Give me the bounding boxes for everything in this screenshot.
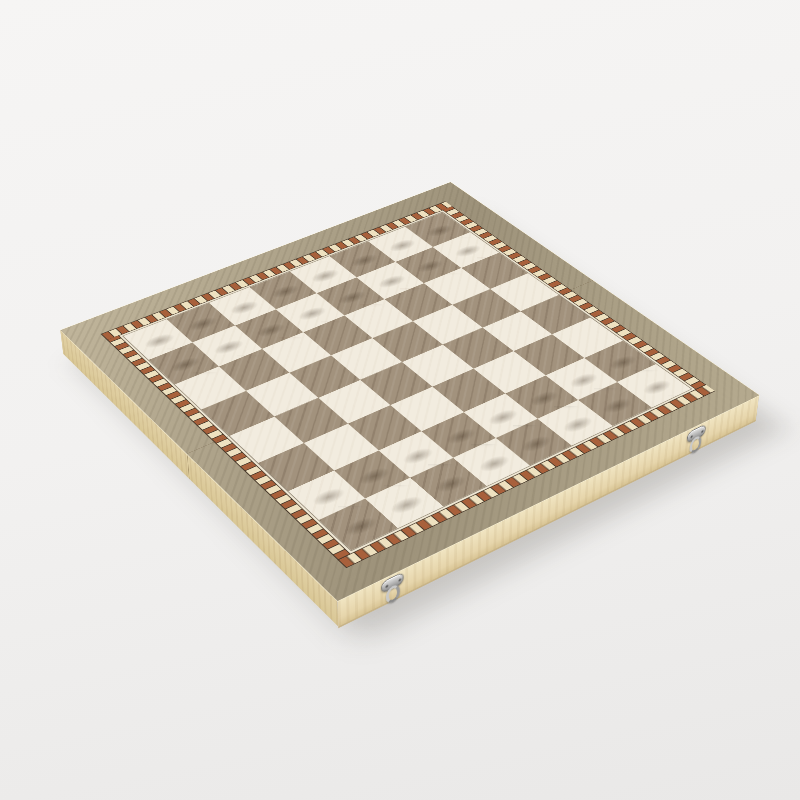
studio-backdrop: ♜♞♝♛♚♝♞♜♟♟♟♟♟♟♟♟♟♟♟♟♟♟♟♟♜♞♝♛♚♝♞♜ [0,0,800,800]
white-pawn-glyph: ♟ [165,312,223,376]
chess-board: ♜♞♝♛♚♝♞♜♟♟♟♟♟♟♟♟♟♟♟♟♟♟♟♟♜♞♝♛♚♝♞♜ [60,182,759,601]
board-frame: ♜♞♝♛♚♝♞♜♟♟♟♟♟♟♟♟♟♟♟♟♟♟♟♟♜♞♝♛♚♝♞♜ [60,182,759,601]
black-rook-glyph: ♜ [332,453,410,540]
square-a2[interactable]: ♟ [149,342,219,384]
scene: ♜♞♝♛♚♝♞♜♟♟♟♟♟♟♟♟♟♟♟♟♟♟♟♟♜♞♝♛♚♝♞♜ [0,0,800,800]
